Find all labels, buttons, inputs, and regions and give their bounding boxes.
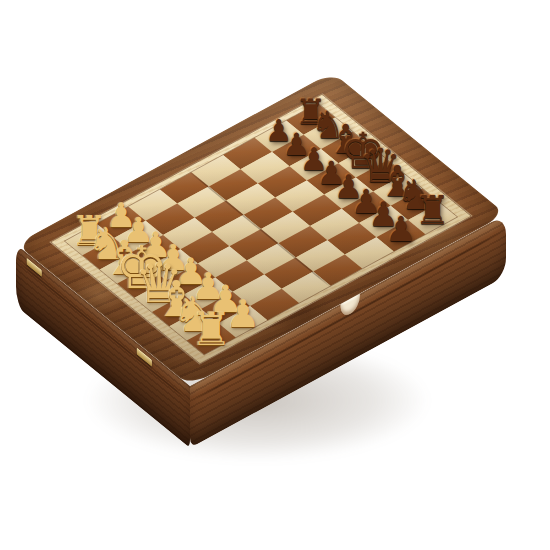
piece-black-rook[interactable]: ♜ [415, 190, 451, 230]
piece-black-pawn[interactable]: ♟ [385, 212, 416, 247]
pieces-layer: ♜♞♝♚♛♝♞♜♟♟♟♟♟♟♟♟♟♟♟♟♟♟♟♟♜♞♝♚♛♝♞♜ [0, 0, 550, 550]
chess-set-photo: ♜♞♝♚♛♝♞♜♟♟♟♟♟♟♟♟♟♟♟♟♟♟♟♟♜♞♝♚♛♝♞♜ [0, 0, 550, 550]
piece-white-rook[interactable]: ♜ [191, 306, 233, 352]
